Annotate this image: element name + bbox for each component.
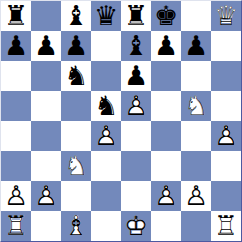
piece-black-bishop[interactable]: ♝ <box>121 31 151 61</box>
piece-black-queen[interactable]: ♛ <box>91 1 121 31</box>
square-e3[interactable] <box>121 151 151 181</box>
square-g2[interactable]: ♟♙ <box>181 181 211 211</box>
square-b2[interactable]: ♟♙ <box>31 181 61 211</box>
square-g3[interactable] <box>181 151 211 181</box>
piece-black-knight[interactable]: ♞ <box>61 61 91 91</box>
square-f7[interactable]: ♟ <box>151 31 181 61</box>
piece-black-pawn[interactable]: ♟ <box>121 61 151 91</box>
square-h4[interactable]: ♟♙ <box>211 121 241 151</box>
square-h8[interactable]: ♛♕ <box>211 1 241 31</box>
square-g1[interactable] <box>181 211 211 241</box>
piece-black-knight[interactable]: ♞ <box>91 91 121 121</box>
square-c5[interactable] <box>61 91 91 121</box>
square-h2[interactable] <box>211 181 241 211</box>
piece-black-pawn[interactable]: ♟ <box>61 31 91 61</box>
square-g6[interactable] <box>181 61 211 91</box>
square-f5[interactable] <box>151 91 181 121</box>
piece-black-king[interactable]: ♚ <box>151 1 181 31</box>
square-b3[interactable] <box>31 151 61 181</box>
piece-white-pawn[interactable]: ♙ <box>121 91 151 121</box>
square-d3[interactable] <box>91 151 121 181</box>
square-f3[interactable] <box>151 151 181 181</box>
piece-white-pawn[interactable]: ♙ <box>211 121 241 151</box>
square-f2[interactable]: ♟♙ <box>151 181 181 211</box>
piece-white-queen[interactable]: ♕ <box>211 1 241 31</box>
square-d8[interactable]: ♛ <box>91 1 121 31</box>
piece-white-pawn[interactable]: ♙ <box>91 121 121 151</box>
piece-black-pawn[interactable]: ♟ <box>181 31 211 61</box>
square-f4[interactable] <box>151 121 181 151</box>
square-c8[interactable]: ♝ <box>61 1 91 31</box>
square-d6[interactable] <box>91 61 121 91</box>
square-c7[interactable]: ♟ <box>61 31 91 61</box>
piece-white-pawn[interactable]: ♙ <box>181 181 211 211</box>
square-c6[interactable]: ♞ <box>61 61 91 91</box>
square-a1[interactable]: ♜♖ <box>1 211 31 241</box>
piece-white-rook[interactable]: ♖ <box>211 211 241 241</box>
piece-black-bishop[interactable]: ♝ <box>61 1 91 31</box>
piece-black-pawn[interactable]: ♟ <box>31 31 61 61</box>
chess-board-frame: ♜♝♛♜♚♛♕♟♟♟♝♟♟♞♟♞♟♙♞♘♟♙♟♙♞♘♟♙♟♙♟♙♟♙♜♖♝♗♚♔… <box>0 0 242 242</box>
square-g4[interactable] <box>181 121 211 151</box>
square-h6[interactable] <box>211 61 241 91</box>
piece-black-rook[interactable]: ♜ <box>121 1 151 31</box>
piece-white-knight[interactable]: ♘ <box>181 91 211 121</box>
square-b4[interactable] <box>31 121 61 151</box>
square-e6[interactable]: ♟ <box>121 61 151 91</box>
square-e4[interactable] <box>121 121 151 151</box>
square-a5[interactable] <box>1 91 31 121</box>
square-d4[interactable]: ♟♙ <box>91 121 121 151</box>
square-d2[interactable] <box>91 181 121 211</box>
piece-white-pawn[interactable]: ♙ <box>151 181 181 211</box>
square-f8[interactable]: ♚ <box>151 1 181 31</box>
square-g7[interactable]: ♟ <box>181 31 211 61</box>
square-e2[interactable] <box>121 181 151 211</box>
square-b8[interactable] <box>31 1 61 31</box>
square-e5[interactable]: ♟♙ <box>121 91 151 121</box>
square-h3[interactable] <box>211 151 241 181</box>
piece-white-rook[interactable]: ♖ <box>1 211 31 241</box>
square-f6[interactable] <box>151 61 181 91</box>
piece-black-pawn[interactable]: ♟ <box>1 31 31 61</box>
square-d5[interactable]: ♞ <box>91 91 121 121</box>
square-a4[interactable] <box>1 121 31 151</box>
square-b1[interactable] <box>31 211 61 241</box>
square-a3[interactable] <box>1 151 31 181</box>
square-a7[interactable]: ♟ <box>1 31 31 61</box>
square-c2[interactable] <box>61 181 91 211</box>
square-c3[interactable]: ♞♘ <box>61 151 91 181</box>
square-b5[interactable] <box>31 91 61 121</box>
square-d7[interactable] <box>91 31 121 61</box>
square-a2[interactable]: ♟♙ <box>1 181 31 211</box>
piece-black-pawn[interactable]: ♟ <box>151 31 181 61</box>
square-a6[interactable] <box>1 61 31 91</box>
piece-white-pawn[interactable]: ♙ <box>31 181 61 211</box>
square-h7[interactable] <box>211 31 241 61</box>
square-g5[interactable]: ♞♘ <box>181 91 211 121</box>
piece-white-knight[interactable]: ♘ <box>61 151 91 181</box>
square-e1[interactable]: ♚♔ <box>121 211 151 241</box>
square-e7[interactable]: ♝ <box>121 31 151 61</box>
square-b7[interactable]: ♟ <box>31 31 61 61</box>
square-b6[interactable] <box>31 61 61 91</box>
square-h5[interactable] <box>211 91 241 121</box>
square-d1[interactable] <box>91 211 121 241</box>
square-f1[interactable] <box>151 211 181 241</box>
square-a8[interactable]: ♜ <box>1 1 31 31</box>
square-c1[interactable]: ♝♗ <box>61 211 91 241</box>
square-c4[interactable] <box>61 121 91 151</box>
square-h1[interactable]: ♜♖ <box>211 211 241 241</box>
piece-white-king[interactable]: ♔ <box>121 211 151 241</box>
piece-white-pawn[interactable]: ♙ <box>1 181 31 211</box>
chess-board: ♜♝♛♜♚♛♕♟♟♟♝♟♟♞♟♞♟♙♞♘♟♙♟♙♞♘♟♙♟♙♟♙♟♙♜♖♝♗♚♔… <box>1 1 241 241</box>
piece-black-rook[interactable]: ♜ <box>1 1 31 31</box>
square-g8[interactable] <box>181 1 211 31</box>
piece-white-bishop[interactable]: ♗ <box>61 211 91 241</box>
square-e8[interactable]: ♜ <box>121 1 151 31</box>
